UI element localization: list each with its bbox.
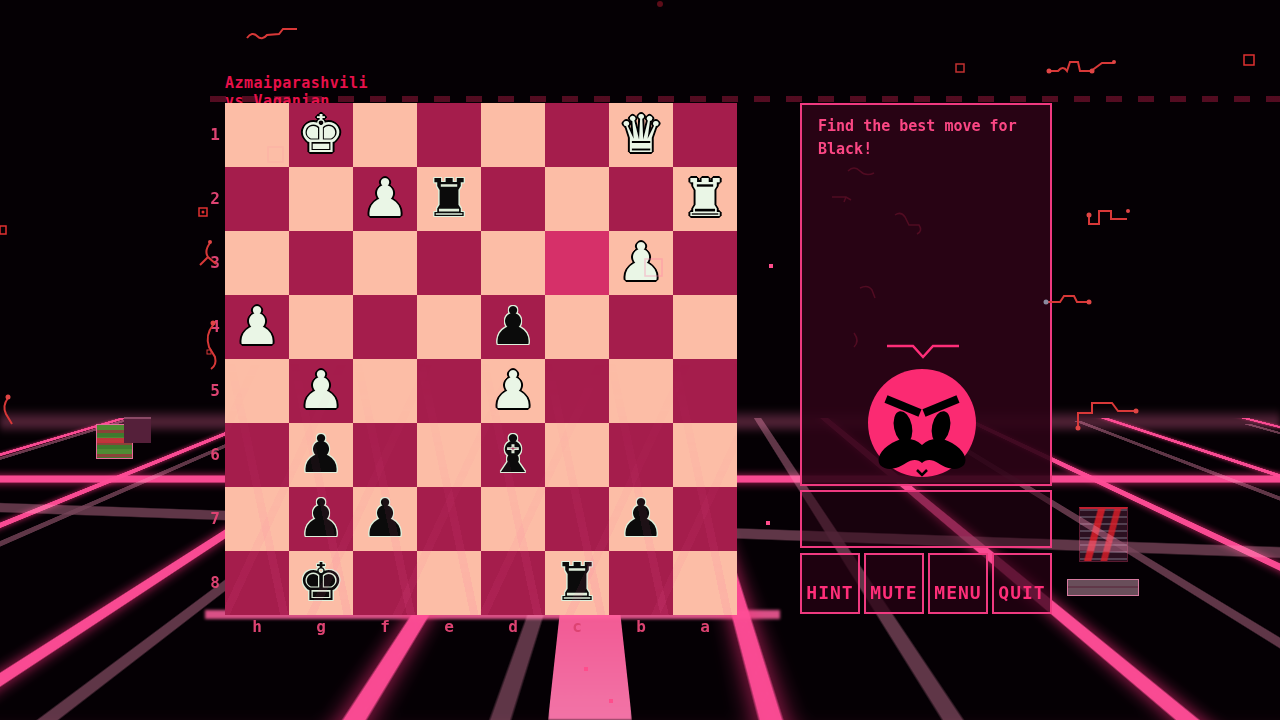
square-g5[interactable]: ♟ — [289, 359, 353, 423]
square-e4[interactable] — [417, 295, 481, 359]
square-f4[interactable] — [353, 295, 417, 359]
hint-button[interactable]: HINT — [800, 553, 860, 614]
square-g6[interactable]: ♟ — [289, 423, 353, 487]
square-b8[interactable] — [609, 551, 673, 615]
square-e7[interactable] — [417, 487, 481, 551]
square-c1[interactable] — [545, 103, 609, 167]
square-c7[interactable] — [545, 487, 609, 551]
square-g3[interactable] — [289, 231, 353, 295]
white-pawn-g5[interactable]: ♟ — [289, 359, 353, 423]
game-screen: Azmaiparashvili vs Vaganian 1983 1234567… — [0, 0, 1280, 720]
glitch-box-left-maroon — [124, 417, 151, 443]
rank-label-3: 3 — [196, 231, 220, 295]
square-e3[interactable] — [417, 231, 481, 295]
file-label-e: e — [417, 616, 481, 638]
black-rook-c8[interactable]: ♜ — [545, 551, 609, 615]
black-pawn-d4[interactable]: ♟ — [481, 295, 545, 359]
square-h1[interactable] — [225, 103, 289, 167]
square-a2[interactable]: ♜ — [673, 167, 737, 231]
square-f6[interactable] — [353, 423, 417, 487]
square-h7[interactable] — [225, 487, 289, 551]
file-label-b: b — [609, 616, 673, 638]
square-h6[interactable] — [225, 423, 289, 487]
square-a3[interactable] — [673, 231, 737, 295]
glitch-bar-right — [1067, 579, 1139, 596]
rank-label-6: 6 — [196, 423, 220, 487]
white-pawn-d5[interactable]: ♟ — [481, 359, 545, 423]
glitch-dash-row — [210, 96, 1280, 102]
square-c4[interactable] — [545, 295, 609, 359]
square-a8[interactable] — [673, 551, 737, 615]
file-labels: hgfedcba — [225, 616, 737, 638]
black-rook-e2[interactable]: ♜ — [417, 167, 481, 231]
square-h4[interactable]: ♟ — [225, 295, 289, 359]
white-rook-a2[interactable]: ♜ — [673, 167, 737, 231]
square-b6[interactable] — [609, 423, 673, 487]
file-label-d: d — [481, 616, 545, 638]
black-pawn-g7[interactable]: ♟ — [289, 487, 353, 551]
white-king-g1[interactable]: ♚ — [289, 103, 353, 167]
square-f5[interactable] — [353, 359, 417, 423]
white-pawn-f2[interactable]: ♟ — [353, 167, 417, 231]
button-bar: HINT MUTE MENU QUIT — [800, 553, 1052, 614]
rank-label-1: 1 — [196, 103, 220, 167]
square-d5[interactable]: ♟ — [481, 359, 545, 423]
black-pawn-g6[interactable]: ♟ — [289, 423, 353, 487]
rank-label-4: 4 — [196, 295, 220, 359]
square-e6[interactable] — [417, 423, 481, 487]
white-pawn-b3[interactable]: ♟ — [609, 231, 673, 295]
square-b5[interactable] — [609, 359, 673, 423]
square-f8[interactable] — [353, 551, 417, 615]
square-d8[interactable] — [481, 551, 545, 615]
square-a4[interactable] — [673, 295, 737, 359]
black-king-g8[interactable]: ♚ — [289, 551, 353, 615]
square-d4[interactable]: ♟ — [481, 295, 545, 359]
file-label-f: f — [353, 616, 417, 638]
rank-label-8: 8 — [196, 551, 220, 615]
square-c3[interactable] — [545, 231, 609, 295]
square-a6[interactable] — [673, 423, 737, 487]
black-pawn-b7[interactable]: ♟ — [609, 487, 673, 551]
rank-label-2: 2 — [196, 167, 220, 231]
square-e1[interactable] — [417, 103, 481, 167]
square-b2[interactable] — [609, 167, 673, 231]
square-h5[interactable] — [225, 359, 289, 423]
menu-button[interactable]: MENU — [928, 553, 988, 614]
chess-board: ♚♛♟♜♜♟♟♟♟♟♟♝♟♟♟♚♜ — [225, 103, 737, 615]
square-b3[interactable]: ♟ — [609, 231, 673, 295]
square-f2[interactable]: ♟ — [353, 167, 417, 231]
square-a7[interactable] — [673, 487, 737, 551]
file-label-c: c — [545, 616, 609, 638]
message-panel: Find the best move for Black! — [800, 103, 1052, 486]
square-a1[interactable] — [673, 103, 737, 167]
square-h2[interactable] — [225, 167, 289, 231]
file-label-a: a — [673, 616, 737, 638]
square-c6[interactable] — [545, 423, 609, 487]
quit-button[interactable]: QUIT — [992, 553, 1052, 614]
square-g1[interactable]: ♚ — [289, 103, 353, 167]
square-c5[interactable] — [545, 359, 609, 423]
square-d3[interactable] — [481, 231, 545, 295]
square-f7[interactable]: ♟ — [353, 487, 417, 551]
square-h3[interactable] — [225, 231, 289, 295]
file-label-h: h — [225, 616, 289, 638]
square-d2[interactable] — [481, 167, 545, 231]
square-h8[interactable] — [225, 551, 289, 615]
square-g8[interactable]: ♚ — [289, 551, 353, 615]
square-b4[interactable] — [609, 295, 673, 359]
square-e8[interactable] — [417, 551, 481, 615]
file-label-g: g — [289, 616, 353, 638]
rank-label-7: 7 — [196, 487, 220, 551]
square-a5[interactable] — [673, 359, 737, 423]
square-g7[interactable]: ♟ — [289, 487, 353, 551]
square-c2[interactable] — [545, 167, 609, 231]
white-pawn-h4[interactable]: ♟ — [225, 295, 289, 359]
square-d1[interactable] — [481, 103, 545, 167]
square-c8[interactable]: ♜ — [545, 551, 609, 615]
square-g2[interactable] — [289, 167, 353, 231]
square-d6[interactable]: ♝ — [481, 423, 545, 487]
square-b7[interactable]: ♟ — [609, 487, 673, 551]
square-g4[interactable] — [289, 295, 353, 359]
square-f3[interactable] — [353, 231, 417, 295]
mute-button[interactable]: MUTE — [864, 553, 924, 614]
white-queen-b1[interactable]: ♛ — [609, 103, 673, 167]
square-b1[interactable]: ♛ — [609, 103, 673, 167]
panel-glitch-squiggles — [802, 105, 1054, 488]
rank-label-5: 5 — [196, 359, 220, 423]
black-bishop-d6[interactable]: ♝ — [481, 423, 545, 487]
square-e5[interactable] — [417, 359, 481, 423]
square-f1[interactable] — [353, 103, 417, 167]
rank-labels: 12345678 — [196, 103, 220, 615]
square-d7[interactable] — [481, 487, 545, 551]
panel-spacer — [800, 490, 1052, 548]
black-pawn-f7[interactable]: ♟ — [353, 487, 417, 551]
square-e2[interactable]: ♜ — [417, 167, 481, 231]
glitch-block-right — [1079, 507, 1128, 562]
